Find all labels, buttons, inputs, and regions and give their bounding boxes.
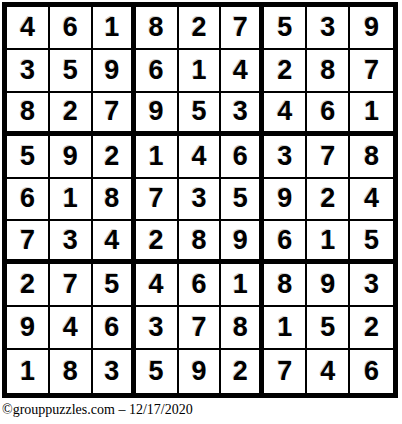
sudoku-cell-r6c3: 4 xyxy=(93,221,136,264)
sudoku-cell-r5c3: 8 xyxy=(93,179,136,222)
sudoku-cell-r2c5: 1 xyxy=(179,50,222,93)
sudoku-cell-r2c7: 2 xyxy=(264,50,307,93)
sudoku-cell-r8c2: 4 xyxy=(50,307,93,350)
sudoku-cell-r3c6: 3 xyxy=(221,93,264,136)
sudoku-cell-r2c3: 9 xyxy=(93,50,136,93)
sudoku-cell-r6c1: 7 xyxy=(7,221,50,264)
sudoku-cell-r1c8: 3 xyxy=(307,7,350,50)
sudoku-cell-r6c7: 6 xyxy=(264,221,307,264)
sudoku-cell-r3c1: 8 xyxy=(7,93,50,136)
sudoku-cell-r4c6: 6 xyxy=(221,136,264,179)
sudoku-cell-r7c3: 5 xyxy=(93,264,136,307)
sudoku-cell-r1c5: 2 xyxy=(179,7,222,50)
sudoku-cell-r4c5: 4 xyxy=(179,136,222,179)
sudoku-cell-r6c6: 9 xyxy=(221,221,264,264)
sudoku-cell-r3c9: 1 xyxy=(350,93,393,136)
sudoku-cell-r7c4: 4 xyxy=(136,264,179,307)
sudoku-cell-r4c2: 9 xyxy=(50,136,93,179)
sudoku-cell-r9c1: 1 xyxy=(7,350,50,393)
sudoku-cell-r9c5: 9 xyxy=(179,350,222,393)
sudoku-cell-r2c2: 5 xyxy=(50,50,93,93)
sudoku-cell-r1c7: 5 xyxy=(264,7,307,50)
sudoku-cell-r8c3: 6 xyxy=(93,307,136,350)
sudoku-cell-r4c8: 7 xyxy=(307,136,350,179)
sudoku-cell-r6c2: 3 xyxy=(50,221,93,264)
sudoku-cell-r4c4: 1 xyxy=(136,136,179,179)
sudoku-cell-r5c9: 4 xyxy=(350,179,393,222)
sudoku-cell-r9c9: 6 xyxy=(350,350,393,393)
sudoku-cell-r7c7: 8 xyxy=(264,264,307,307)
sudoku-cell-r4c9: 8 xyxy=(350,136,393,179)
sudoku-cell-r7c1: 2 xyxy=(7,264,50,307)
sudoku-cell-r6c9: 5 xyxy=(350,221,393,264)
sudoku-cell-r8c8: 5 xyxy=(307,307,350,350)
sudoku-cell-r5c1: 6 xyxy=(7,179,50,222)
sudoku-cell-r1c4: 8 xyxy=(136,7,179,50)
sudoku-cell-r4c7: 3 xyxy=(264,136,307,179)
sudoku-cell-r8c1: 9 xyxy=(7,307,50,350)
sudoku-cell-r8c7: 1 xyxy=(264,307,307,350)
sudoku-cell-r1c1: 4 xyxy=(7,7,50,50)
sudoku-cell-r6c5: 8 xyxy=(179,221,222,264)
sudoku-cell-r5c6: 5 xyxy=(221,179,264,222)
sudoku-cell-r7c6: 1 xyxy=(221,264,264,307)
sudoku-cell-r4c1: 5 xyxy=(7,136,50,179)
sudoku-cell-r9c2: 8 xyxy=(50,350,93,393)
sudoku-cell-r6c4: 2 xyxy=(136,221,179,264)
sudoku-cell-r9c7: 7 xyxy=(264,350,307,393)
sudoku-cell-r9c3: 3 xyxy=(93,350,136,393)
sudoku-cell-r9c4: 5 xyxy=(136,350,179,393)
sudoku-page: 4618275393596142878279534615921463786187… xyxy=(0,0,402,424)
sudoku-cell-r3c5: 5 xyxy=(179,93,222,136)
sudoku-cell-r3c8: 6 xyxy=(307,93,350,136)
sudoku-cell-r8c6: 8 xyxy=(221,307,264,350)
sudoku-cell-r8c5: 7 xyxy=(179,307,222,350)
sudoku-board: 4618275393596142878279534615921463786187… xyxy=(2,2,398,398)
sudoku-cell-r5c8: 2 xyxy=(307,179,350,222)
sudoku-cell-r6c8: 1 xyxy=(307,221,350,264)
sudoku-cell-r3c3: 7 xyxy=(93,93,136,136)
sudoku-cell-r8c4: 3 xyxy=(136,307,179,350)
sudoku-cell-r1c9: 9 xyxy=(350,7,393,50)
sudoku-cell-r5c5: 3 xyxy=(179,179,222,222)
sudoku-cell-r2c1: 3 xyxy=(7,50,50,93)
sudoku-cell-r8c9: 2 xyxy=(350,307,393,350)
sudoku-cell-r7c9: 3 xyxy=(350,264,393,307)
sudoku-cell-r7c8: 9 xyxy=(307,264,350,307)
sudoku-cell-r2c6: 4 xyxy=(221,50,264,93)
sudoku-cell-r3c4: 9 xyxy=(136,93,179,136)
sudoku-cell-r9c8: 4 xyxy=(307,350,350,393)
sudoku-cell-r5c4: 7 xyxy=(136,179,179,222)
sudoku-cell-r4c3: 2 xyxy=(93,136,136,179)
sudoku-cell-r2c9: 7 xyxy=(350,50,393,93)
sudoku-cell-r7c2: 7 xyxy=(50,264,93,307)
copyright-credit: ©grouppuzzles.com – 12/17/2020 xyxy=(2,402,193,418)
sudoku-cell-r1c6: 7 xyxy=(221,7,264,50)
sudoku-cell-r3c7: 4 xyxy=(264,93,307,136)
sudoku-cell-r2c8: 8 xyxy=(307,50,350,93)
sudoku-cell-r1c3: 1 xyxy=(93,7,136,50)
sudoku-cell-r1c2: 6 xyxy=(50,7,93,50)
sudoku-cell-r3c2: 2 xyxy=(50,93,93,136)
sudoku-cell-r9c6: 2 xyxy=(221,350,264,393)
sudoku-cell-r5c2: 1 xyxy=(50,179,93,222)
sudoku-cell-r2c4: 6 xyxy=(136,50,179,93)
sudoku-cell-r7c5: 6 xyxy=(179,264,222,307)
sudoku-cell-r5c7: 9 xyxy=(264,179,307,222)
